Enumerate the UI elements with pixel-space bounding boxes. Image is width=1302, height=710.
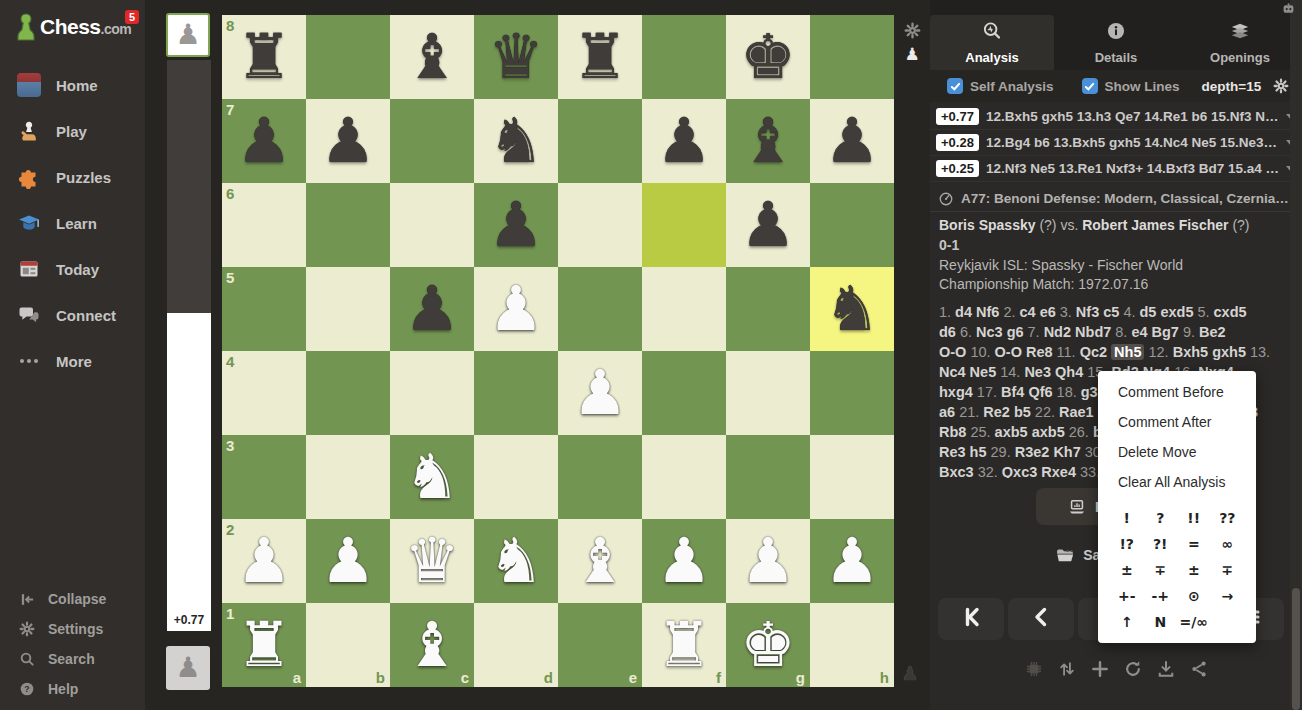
eval-badge: +0.25 bbox=[936, 160, 979, 177]
square-c8[interactable]: ♝ bbox=[390, 15, 474, 99]
square-a5[interactable]: 5 bbox=[222, 267, 306, 351]
square-f7[interactable]: ♟ bbox=[642, 99, 726, 183]
annotation-symbol[interactable]: ?! bbox=[1144, 531, 1178, 557]
sidebar-item-label: Home bbox=[56, 77, 98, 94]
rank-label: 5 bbox=[226, 269, 234, 286]
sidebar-item-puzzles[interactable]: Puzzles bbox=[0, 154, 145, 200]
rank-label: 4 bbox=[226, 353, 234, 370]
move-number: 4. bbox=[1123, 304, 1135, 320]
move-san[interactable]: Rxe4 bbox=[1041, 464, 1076, 478]
move-number: 5. bbox=[1197, 304, 1209, 320]
sidebar-footer-settings[interactable]: Settings bbox=[0, 614, 145, 644]
square-a6[interactable]: 6 bbox=[222, 183, 306, 267]
move-san[interactable]: Rae1 bbox=[1059, 404, 1094, 420]
context-menu-item-comment-before[interactable]: Comment Before bbox=[1098, 377, 1256, 407]
square-e2[interactable]: ♝ bbox=[558, 519, 642, 603]
engine-line-moves: 12.Bg4 b6 13.Bxh5 gxh5 14.Nc4 Ne5 15.Ne3… bbox=[986, 135, 1280, 150]
move-san[interactable]: Rb8 bbox=[939, 424, 966, 440]
move-san[interactable]: e4 bbox=[1131, 324, 1147, 340]
square-g1[interactable]: g♚ bbox=[726, 603, 810, 687]
square-g8[interactable]: ♚ bbox=[726, 15, 810, 99]
move-san[interactable]: Qxc3 bbox=[1002, 464, 1037, 478]
move-san[interactable]: c5 bbox=[1103, 304, 1119, 320]
reset-icon[interactable] bbox=[1122, 658, 1144, 680]
move-san[interactable]: O-O bbox=[995, 344, 1022, 360]
eval-black-section bbox=[167, 60, 211, 313]
square-h7[interactable]: ♟ bbox=[810, 99, 894, 183]
settings-icon bbox=[18, 620, 36, 638]
square-d1[interactable]: d bbox=[474, 603, 558, 687]
engine-icon[interactable] bbox=[1023, 658, 1045, 680]
move-san[interactable]: h5 bbox=[970, 444, 987, 460]
eval-score: +0.77 bbox=[167, 613, 211, 627]
sidebar-footer-help[interactable]: ?Help bbox=[0, 674, 145, 704]
engine-lines: +0.7712.Bxh5 gxh5 13.h3 Qe7 14.Re1 b6 15… bbox=[930, 104, 1302, 182]
move-san[interactable]: Re3 bbox=[939, 444, 966, 460]
square-f3[interactable] bbox=[642, 435, 726, 519]
move-number: 29. bbox=[991, 444, 1011, 460]
square-b5[interactable] bbox=[306, 267, 390, 351]
players-line: Boris Spassky (?) vs. Robert James Fisch… bbox=[939, 216, 1287, 235]
move-san[interactable]: g6 bbox=[1007, 324, 1024, 340]
move-number: 26. bbox=[1069, 424, 1089, 440]
engine-line[interactable]: +0.2512.Nf3 Ne5 13.Re1 Nxf3+ 14.Bxf3 Bd7… bbox=[930, 156, 1302, 182]
move-san[interactable]: Nf6 bbox=[976, 304, 999, 320]
piece-white-pawn-g2[interactable]: ♟ bbox=[726, 519, 810, 603]
learn-icon bbox=[16, 210, 42, 236]
move-number: 6. bbox=[960, 324, 972, 340]
square-d5[interactable]: ♟ bbox=[474, 267, 558, 351]
panel-tabs-header: AnalysisDetailsOpenings bbox=[930, 0, 1302, 70]
sidebar-item-play[interactable]: Play bbox=[0, 108, 145, 154]
annotation-symbol[interactable]: =/∞ bbox=[1177, 609, 1211, 635]
opening-explorer-icon bbox=[938, 191, 954, 207]
self-analysis-label: Self Analysis bbox=[970, 79, 1054, 94]
square-d7[interactable]: ♞ bbox=[474, 99, 558, 183]
move-number: 14. bbox=[1000, 364, 1020, 380]
scrollbar-track[interactable] bbox=[1290, 0, 1302, 710]
square-g2[interactable]: ♟ bbox=[726, 519, 810, 603]
move-number: 22. bbox=[1035, 404, 1055, 420]
move-number: 1. bbox=[939, 304, 951, 320]
add-icon[interactable] bbox=[1089, 658, 1111, 680]
game-info: Boris Spassky (?) vs. Robert James Fisch… bbox=[939, 216, 1287, 294]
eval-badge: +0.28 bbox=[936, 134, 979, 151]
move-context-menu: Comment BeforeComment AfterDelete MoveCl… bbox=[1098, 371, 1256, 643]
move-san[interactable]: hxg4 bbox=[939, 384, 973, 400]
move-number: 2. bbox=[1003, 304, 1015, 320]
square-d4[interactable] bbox=[474, 351, 558, 435]
piece-white-rook-f1[interactable]: ♜ bbox=[642, 603, 726, 687]
board-settings-gear-icon[interactable] bbox=[902, 20, 922, 40]
piece-black-pawn-b7[interactable]: ♟ bbox=[306, 99, 390, 183]
move-san[interactable]: d6 bbox=[939, 324, 956, 340]
brand-text: Chess bbox=[40, 15, 101, 38]
square-a7[interactable]: 7♟ bbox=[222, 99, 306, 183]
sidebar-item-label: Play bbox=[56, 123, 87, 140]
move-number: 25. bbox=[970, 424, 990, 440]
chesscom-analysis-page: Chess.com 5 HomePlayPuzzlesLearnTodayCon… bbox=[0, 0, 1302, 710]
annotation-symbol[interactable]: !? bbox=[1110, 531, 1144, 557]
square-h8[interactable] bbox=[810, 15, 894, 99]
piece-white-bishop-e2[interactable]: ♝ bbox=[558, 519, 642, 603]
square-d2[interactable]: ♞ bbox=[474, 519, 558, 603]
black-player-avatar[interactable]: ♟ bbox=[166, 13, 210, 57]
annotation-symbol[interactable]: +- bbox=[1110, 583, 1144, 609]
back-button[interactable] bbox=[1008, 598, 1074, 640]
piece-white-pawn-f2[interactable]: ♟ bbox=[642, 519, 726, 603]
move-san[interactable]: gxh5 bbox=[1212, 344, 1246, 360]
move-san[interactable]: axb5 bbox=[1032, 424, 1065, 440]
sidebar-item-learn[interactable]: Learn bbox=[0, 200, 145, 246]
piece-white-pawn-a2[interactable]: ♟ bbox=[222, 519, 306, 603]
square-c1[interactable]: c♝ bbox=[390, 603, 474, 687]
go-start-icon bbox=[959, 605, 983, 633]
sidebar-item-today[interactable]: Today bbox=[0, 246, 145, 292]
square-c4[interactable] bbox=[390, 351, 474, 435]
square-g7[interactable]: ♝ bbox=[726, 99, 810, 183]
annotation-symbol[interactable]: ? bbox=[1144, 505, 1178, 531]
move-san[interactable]: d5 bbox=[1139, 304, 1156, 320]
chesscom-logo[interactable]: Chess.com 5 bbox=[0, 0, 145, 44]
square-h4[interactable] bbox=[810, 351, 894, 435]
engine-settings-gear-icon[interactable] bbox=[1273, 78, 1289, 94]
annotation-symbol[interactable]: ∓ bbox=[1211, 557, 1245, 583]
move-san[interactable]: Nc3 bbox=[976, 324, 1003, 340]
square-g3[interactable] bbox=[726, 435, 810, 519]
search-icon bbox=[18, 650, 36, 668]
piece-black-king-g8[interactable]: ♚ bbox=[726, 15, 810, 99]
piece-black-pawn-d6[interactable]: ♟ bbox=[474, 183, 558, 267]
move-number: 7. bbox=[1028, 324, 1040, 340]
square-b2[interactable]: ♟ bbox=[306, 519, 390, 603]
engine-line[interactable]: +0.2812.Bg4 b6 13.Bxh5 gxh5 14.Nc4 Ne5 1… bbox=[930, 130, 1302, 156]
file-label: b bbox=[376, 669, 385, 686]
square-c6[interactable] bbox=[390, 183, 474, 267]
share-icon[interactable] bbox=[1188, 658, 1210, 680]
sidebar-item-connect[interactable]: Connect bbox=[0, 292, 145, 338]
tab-openings[interactable]: Openings bbox=[1178, 15, 1302, 70]
collapse-icon bbox=[18, 590, 36, 608]
square-e4[interactable]: ♟ bbox=[558, 351, 642, 435]
piece-white-bishop-c1[interactable]: ♝ bbox=[390, 603, 474, 687]
openings-icon bbox=[1229, 20, 1251, 46]
depth-setting: depth=15 bbox=[1202, 79, 1262, 94]
game-result: 0-1 bbox=[939, 236, 1287, 255]
square-b3[interactable] bbox=[306, 435, 390, 519]
move-number: 10. bbox=[970, 344, 990, 360]
move-san[interactable]: Bxc3 bbox=[939, 464, 974, 478]
move-san[interactable]: axb5 bbox=[995, 424, 1028, 440]
sidebar-item-label: Connect bbox=[56, 307, 116, 324]
engine-line-moves: 12.Bxh5 gxh5 13.h3 Qe7 14.Re1 b6 15.Nf3 … bbox=[986, 109, 1280, 124]
move-san[interactable]: cxd5 bbox=[1214, 304, 1247, 320]
today-icon bbox=[16, 256, 42, 282]
move-san[interactable]: Re2 bbox=[983, 404, 1010, 420]
annotation-symbol[interactable]: ∞ bbox=[1211, 531, 1245, 557]
opening-name: A77: Benoni Defense: Modern, Classical, … bbox=[961, 191, 1289, 206]
move-number: 21. bbox=[959, 404, 979, 420]
save-folder-icon bbox=[1055, 545, 1075, 565]
selected-move[interactable]: Nh5 bbox=[1111, 344, 1144, 360]
square-b4[interactable] bbox=[306, 351, 390, 435]
move-number: 8. bbox=[1115, 324, 1127, 340]
laptop-report-icon bbox=[1067, 497, 1087, 517]
square-h1[interactable]: h bbox=[810, 603, 894, 687]
sidebar-item-label: More bbox=[56, 353, 92, 370]
move-san[interactable]: Nc4 bbox=[939, 364, 966, 380]
square-a2[interactable]: 2♟ bbox=[222, 519, 306, 603]
piece-white-knight-c3[interactable]: ♞ bbox=[390, 435, 474, 519]
piece-black-pawn-h7[interactable]: ♟ bbox=[810, 99, 894, 183]
move-san[interactable]: Bg7 bbox=[1152, 324, 1179, 340]
square-c5[interactable]: ♟ bbox=[390, 267, 474, 351]
piece-black-knight-h5[interactable]: ♞ bbox=[810, 267, 894, 351]
connect-icon bbox=[16, 302, 42, 328]
sidebar-item-home[interactable]: Home bbox=[0, 62, 145, 108]
square-e1[interactable]: e bbox=[558, 603, 642, 687]
square-d8[interactable]: ♛ bbox=[474, 15, 558, 99]
piece-black-pawn-a7[interactable]: ♟ bbox=[222, 99, 306, 183]
square-e7[interactable] bbox=[558, 99, 642, 183]
piece-black-pawn-f7[interactable]: ♟ bbox=[642, 99, 726, 183]
help-icon: ? bbox=[18, 680, 36, 698]
chess-board[interactable]: 8♜♝♛♜♚7♟♟♞♟♝♟6♟♟5♟♟♞4♟3♞2♟♟♛♞♝♟♟♟1a♜bc♝d… bbox=[222, 15, 894, 687]
square-b6[interactable] bbox=[306, 183, 390, 267]
piece-black-rook-a8[interactable]: ♜ bbox=[222, 15, 306, 99]
square-c3[interactable]: ♞ bbox=[390, 435, 474, 519]
puzzles-icon bbox=[16, 164, 42, 190]
move-san[interactable]: b5 bbox=[1014, 404, 1031, 420]
download-icon[interactable] bbox=[1155, 658, 1177, 680]
white-player-name: Boris Spassky bbox=[939, 217, 1036, 233]
square-g6[interactable]: ♟ bbox=[726, 183, 810, 267]
square-h2[interactable]: ♟ bbox=[810, 519, 894, 603]
square-f2[interactable]: ♟ bbox=[642, 519, 726, 603]
show-lines-label: Show Lines bbox=[1105, 79, 1180, 94]
move-san[interactable]: Bxh5 bbox=[1173, 344, 1208, 360]
square-c2[interactable]: ♛ bbox=[390, 519, 474, 603]
annotation-symbol[interactable]: N bbox=[1144, 609, 1178, 635]
sidebar-footer-collapse[interactable]: Collapse bbox=[0, 584, 145, 614]
piece-white-pawn-b2[interactable]: ♟ bbox=[306, 519, 390, 603]
annotation-symbol[interactable]: !! bbox=[1177, 505, 1211, 531]
square-e8[interactable]: ♜ bbox=[558, 15, 642, 99]
piece-black-knight-d7[interactable]: ♞ bbox=[474, 99, 558, 183]
context-menu-item-delete-move[interactable]: Delete Move bbox=[1098, 437, 1256, 467]
svg-text:?: ? bbox=[24, 684, 29, 694]
sidebar-footer: CollapseSettingsSearch?Help bbox=[0, 584, 145, 704]
eval-badge: +0.77 bbox=[936, 108, 979, 125]
black-player-name: Robert James Fischer bbox=[1082, 217, 1228, 233]
pawn-avatar-icon: ♟ bbox=[175, 654, 200, 682]
square-f5[interactable] bbox=[642, 267, 726, 351]
move-san[interactable]: Nd2 bbox=[1044, 324, 1071, 340]
engine-line-moves: 12.Nf3 Ne5 13.Re1 Nxf3+ 14.Bxf3 Bd7 15.a… bbox=[986, 161, 1280, 176]
move-san[interactable]: Qc2 bbox=[1080, 344, 1107, 360]
sidebar-footer-search[interactable]: Search bbox=[0, 644, 145, 674]
square-f6[interactable] bbox=[642, 183, 726, 267]
piece-white-queen-c2[interactable]: ♛ bbox=[390, 519, 474, 603]
analysis-options-row: Self Analysis Show Lines depth=15 bbox=[930, 70, 1302, 102]
move-san[interactable]: c4 bbox=[1019, 304, 1035, 320]
move-number: 13. bbox=[1250, 344, 1270, 360]
move-number: 9. bbox=[1183, 324, 1195, 340]
move-number: 11. bbox=[1057, 344, 1076, 360]
square-g4[interactable] bbox=[726, 351, 810, 435]
annotation-symbol[interactable]: ∓ bbox=[1144, 557, 1178, 583]
sidebar-item-label: Today bbox=[56, 261, 99, 278]
annotation-symbol[interactable]: ?? bbox=[1211, 505, 1245, 531]
square-a4[interactable]: 4 bbox=[222, 351, 306, 435]
sidebar-item-more[interactable]: More bbox=[0, 338, 145, 384]
square-b8[interactable] bbox=[306, 15, 390, 99]
piece-black-queen-d8[interactable]: ♛ bbox=[474, 15, 558, 99]
move-san[interactable]: Nbd7 bbox=[1075, 324, 1111, 340]
piece-black-rook-e8[interactable]: ♜ bbox=[558, 15, 642, 99]
move-san[interactable]: g3 bbox=[1081, 384, 1098, 400]
piece-white-rook-a1[interactable]: ♜ bbox=[222, 603, 306, 687]
white-player-avatar[interactable]: ♟ bbox=[166, 646, 210, 690]
annotation-symbol[interactable]: ± bbox=[1110, 557, 1144, 583]
move-san[interactable]: Ne3 bbox=[1024, 364, 1051, 380]
file-label: h bbox=[880, 669, 889, 686]
annotation-symbol[interactable]: -+ bbox=[1144, 583, 1178, 609]
move-number: 18. bbox=[1057, 384, 1077, 400]
rank-label: 3 bbox=[226, 437, 234, 454]
piece-black-bishop-c8[interactable]: ♝ bbox=[390, 15, 474, 99]
event-line: Championship Match: 1972.07.16 bbox=[939, 275, 1287, 294]
move-san[interactable]: exd5 bbox=[1160, 304, 1193, 320]
square-g5[interactable] bbox=[726, 267, 810, 351]
piece-black-bishop-g7[interactable]: ♝ bbox=[726, 99, 810, 183]
move-san[interactable]: Nf3 bbox=[1076, 304, 1099, 320]
square-f4[interactable] bbox=[642, 351, 726, 435]
self-analysis-checkbox[interactable] bbox=[947, 78, 963, 94]
file-label: d bbox=[544, 669, 553, 686]
move-san[interactable]: Be2 bbox=[1199, 324, 1226, 340]
logo-pawn-icon bbox=[14, 12, 38, 42]
annotation-symbol[interactable]: = bbox=[1177, 531, 1211, 557]
sidebar-item-label: Puzzles bbox=[56, 169, 111, 186]
move-san[interactable]: Qh4 bbox=[1055, 364, 1083, 380]
square-b7[interactable]: ♟ bbox=[306, 99, 390, 183]
analysis-icon bbox=[981, 20, 1003, 46]
board-tools-row bbox=[930, 652, 1302, 686]
bot-icon[interactable] bbox=[1282, 2, 1295, 15]
white-pieces-icon[interactable]: ♟ bbox=[902, 44, 922, 64]
move-number: 12. bbox=[1148, 344, 1168, 360]
event-line: Reykjavik ISL: Spassky - Fischer World bbox=[939, 256, 1287, 275]
tab-details[interactable]: Details bbox=[1054, 15, 1178, 70]
home-avatar-icon bbox=[16, 72, 42, 98]
more-icon bbox=[16, 348, 42, 374]
annotation-symbol[interactable]: ± bbox=[1177, 557, 1211, 583]
annotation-symbol[interactable]: → bbox=[1211, 583, 1245, 609]
back-icon bbox=[1029, 605, 1053, 633]
scrollbar-thumb[interactable] bbox=[1292, 588, 1300, 710]
annotation-symbols-grid: !?!!??!??!=∞±∓±∓+--+⊙→↑N=/∞ bbox=[1098, 497, 1256, 635]
move-san[interactable]: a6 bbox=[939, 404, 955, 420]
rank-label: 6 bbox=[226, 185, 234, 202]
annotation-symbol[interactable]: ↑ bbox=[1110, 609, 1144, 635]
show-lines-checkbox[interactable] bbox=[1082, 78, 1098, 94]
piece-white-knight-d2[interactable]: ♞ bbox=[474, 519, 558, 603]
engine-line[interactable]: +0.7712.Bxh5 gxh5 13.h3 Qe7 14.Re1 b6 15… bbox=[930, 104, 1302, 130]
move-san[interactable]: Qf6 bbox=[1028, 384, 1052, 400]
evaluation-bar: +0.77 bbox=[167, 60, 211, 631]
move-san[interactable]: Kh7 bbox=[1053, 444, 1080, 460]
move-san[interactable]: Re8 bbox=[1026, 344, 1053, 360]
annotation-symbol[interactable]: ⊙ bbox=[1177, 583, 1211, 609]
piece-white-king-g1[interactable]: ♚ bbox=[726, 603, 810, 687]
pawn-avatar-icon: ♟ bbox=[175, 21, 200, 49]
move-number: 17. bbox=[977, 384, 997, 400]
annotation-symbol bbox=[1211, 609, 1245, 635]
square-h3[interactable] bbox=[810, 435, 894, 519]
square-c7[interactable] bbox=[390, 99, 474, 183]
square-h6[interactable] bbox=[810, 183, 894, 267]
details-icon bbox=[1105, 20, 1127, 46]
context-menu-item-clear-all-analysis[interactable]: Clear All Analysis bbox=[1098, 467, 1256, 497]
move-san[interactable]: R3e2 bbox=[1015, 444, 1050, 460]
piece-black-pawn-c5[interactable]: ♟ bbox=[390, 267, 474, 351]
square-f8[interactable] bbox=[642, 15, 726, 99]
play-icon bbox=[16, 118, 42, 144]
square-a8[interactable]: 8♜ bbox=[222, 15, 306, 99]
move-san[interactable]: Ne5 bbox=[970, 364, 997, 380]
file-label: e bbox=[629, 669, 637, 686]
move-san[interactable]: e6 bbox=[1040, 304, 1056, 320]
square-e3[interactable] bbox=[558, 435, 642, 519]
move-number: 32. bbox=[978, 464, 998, 478]
square-a1[interactable]: 1a♜ bbox=[222, 603, 306, 687]
context-menu-item-comment-after[interactable]: Comment After bbox=[1098, 407, 1256, 437]
piece-white-pawn-d5[interactable]: ♟ bbox=[474, 267, 558, 351]
square-f1[interactable]: f♜ bbox=[642, 603, 726, 687]
square-d6[interactable]: ♟ bbox=[474, 183, 558, 267]
eval-white-section: +0.77 bbox=[167, 313, 211, 631]
sidebar: Chess.com 5 HomePlayPuzzlesLearnTodayCon… bbox=[0, 0, 145, 710]
square-a3[interactable]: 3 bbox=[222, 435, 306, 519]
piece-white-pawn-e4[interactable]: ♟ bbox=[558, 351, 642, 435]
square-e5[interactable] bbox=[558, 267, 642, 351]
square-e6[interactable] bbox=[558, 183, 642, 267]
black-pieces-icon[interactable]: ♟ bbox=[899, 662, 921, 684]
flip-board-icon[interactable] bbox=[1056, 658, 1078, 680]
square-d3[interactable] bbox=[474, 435, 558, 519]
piece-white-pawn-h2[interactable]: ♟ bbox=[810, 519, 894, 603]
move-san[interactable]: Bf4 bbox=[1001, 384, 1024, 400]
move-number: 3. bbox=[1060, 304, 1072, 320]
sidebar-item-label: Learn bbox=[56, 215, 97, 232]
square-h5[interactable]: ♞ bbox=[810, 267, 894, 351]
opening-row[interactable]: A77: Benoni Defense: Modern, Classical, … bbox=[930, 186, 1302, 212]
go-start-button[interactable] bbox=[938, 598, 1004, 640]
piece-black-pawn-g6[interactable]: ♟ bbox=[726, 183, 810, 267]
sidebar-nav: HomePlayPuzzlesLearnTodayConnectMore bbox=[0, 62, 145, 384]
notification-badge[interactable]: 5 bbox=[125, 10, 139, 24]
square-b1[interactable]: b bbox=[306, 603, 390, 687]
annotation-symbol[interactable]: ! bbox=[1110, 505, 1144, 531]
move-san[interactable]: d4 bbox=[955, 304, 972, 320]
move-san[interactable]: O-O bbox=[939, 344, 966, 360]
tab-analysis[interactable]: Analysis bbox=[930, 15, 1054, 70]
